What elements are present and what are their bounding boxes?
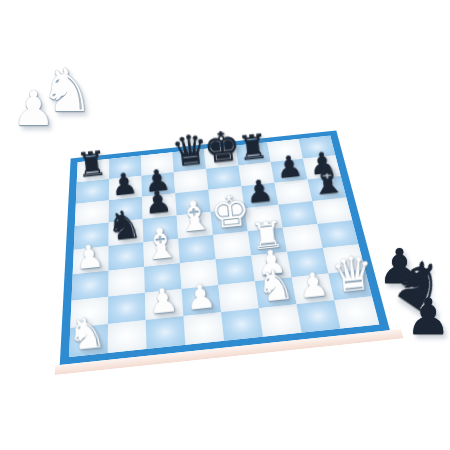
square-e6 bbox=[208, 186, 244, 211]
captured-black-pawn: ♟ bbox=[406, 292, 450, 342]
square-b1 bbox=[108, 320, 147, 353]
square-b3 bbox=[108, 267, 145, 297]
square-e5: ♚ bbox=[211, 208, 248, 235]
square-g5 bbox=[278, 201, 317, 228]
square-g2: ♟ bbox=[292, 273, 335, 304]
square-f5 bbox=[245, 205, 283, 232]
square-f1 bbox=[259, 304, 302, 336]
square-d6 bbox=[175, 190, 210, 216]
black-rook: ♜ bbox=[235, 129, 271, 166]
square-c3 bbox=[144, 263, 181, 293]
captured-white-knight: ♞ bbox=[40, 60, 94, 120]
square-b2 bbox=[108, 293, 146, 324]
square-f6: ♟ bbox=[241, 183, 278, 208]
square-h2: ♛ bbox=[328, 270, 372, 301]
square-e2 bbox=[218, 281, 259, 312]
square-c5 bbox=[143, 215, 179, 242]
black-king: ♚ bbox=[202, 126, 238, 170]
square-g7: ♟ bbox=[271, 159, 308, 183]
square-e1 bbox=[221, 308, 263, 341]
square-h1 bbox=[334, 296, 379, 328]
square-c4: ♝ bbox=[143, 239, 179, 267]
square-a2 bbox=[70, 297, 108, 328]
square-a3 bbox=[72, 271, 109, 301]
square-c1 bbox=[146, 316, 186, 349]
chess-set-photo: ♜♛♚♜♟♟♟♟♟♟♝♞♝♚♟♝♜♟♟♟♞♟♛♞ ♟♞ ♟♞♟ bbox=[0, 0, 450, 450]
square-a1: ♞ bbox=[69, 324, 108, 357]
square-d3 bbox=[180, 259, 218, 289]
square-g1 bbox=[297, 300, 341, 332]
square-h4 bbox=[317, 220, 358, 248]
square-h7: ♟ bbox=[303, 155, 341, 179]
square-h3 bbox=[323, 244, 365, 273]
square-g4 bbox=[283, 224, 323, 252]
square-c2: ♟ bbox=[145, 289, 184, 320]
square-a5 bbox=[74, 223, 109, 250]
square-e3 bbox=[216, 256, 255, 285]
black-queen: ♛ bbox=[170, 129, 206, 173]
square-f3: ♟ bbox=[251, 252, 291, 281]
square-d5: ♝ bbox=[177, 212, 213, 239]
square-d1 bbox=[183, 312, 224, 345]
square-d2: ♟ bbox=[182, 285, 222, 316]
square-g3 bbox=[287, 248, 328, 277]
black-rook: ♜ bbox=[74, 146, 110, 183]
square-e4 bbox=[213, 231, 251, 259]
chess-board: ♜♛♚♜♟♟♟♟♟♟♝♞♝♚♟♝♜♟♟♟♞♟♛♞ bbox=[60, 130, 390, 364]
square-h6: ♝ bbox=[308, 176, 347, 201]
board-perspective-wrapper: ♜♛♚♜♟♟♟♟♟♟♝♞♝♚♟♝♜♟♟♟♞♟♛♞ bbox=[60, 130, 390, 364]
square-f2: ♞ bbox=[255, 277, 297, 308]
